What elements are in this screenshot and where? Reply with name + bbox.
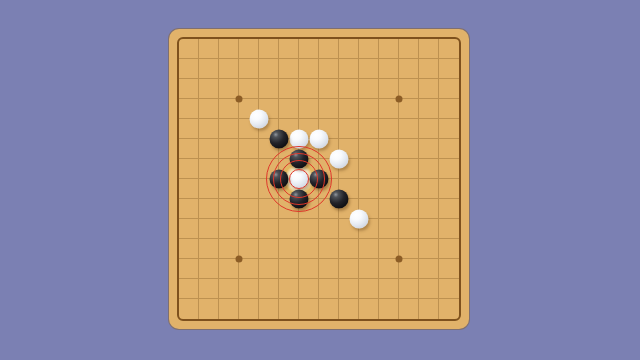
board-cell[interactable]	[239, 139, 259, 159]
app-background	[0, 0, 640, 360]
board-cell[interactable]	[279, 239, 299, 259]
board-cell[interactable]	[299, 139, 319, 159]
board-cell[interactable]	[439, 299, 459, 319]
board-cell[interactable]	[359, 139, 379, 159]
board-cell[interactable]	[179, 99, 199, 119]
board-cell[interactable]	[199, 119, 219, 139]
board-cell[interactable]	[279, 219, 299, 239]
board-cell[interactable]	[399, 239, 419, 259]
board-cell[interactable]	[339, 119, 359, 139]
board-cell[interactable]	[239, 239, 259, 259]
board-cell[interactable]	[239, 119, 259, 139]
board-cell[interactable]	[339, 199, 359, 219]
board-cell[interactable]	[219, 99, 239, 119]
board-cell[interactable]	[439, 159, 459, 179]
board-cell[interactable]	[239, 99, 259, 119]
board-cell[interactable]	[399, 39, 419, 59]
board-cell[interactable]	[419, 59, 439, 79]
board-cell[interactable]	[399, 199, 419, 219]
board-cell[interactable]	[439, 79, 459, 99]
board-cell[interactable]	[279, 179, 299, 199]
board-cell[interactable]	[319, 159, 339, 179]
board-cell[interactable]	[199, 179, 219, 199]
board-cell[interactable]	[199, 99, 219, 119]
board-cell[interactable]	[239, 279, 259, 299]
board-cell[interactable]	[439, 239, 459, 259]
board-cell[interactable]	[399, 159, 419, 179]
board-cell[interactable]	[179, 179, 199, 199]
board-cell[interactable]	[419, 79, 439, 99]
board-cell[interactable]	[199, 59, 219, 79]
board-cell[interactable]	[319, 299, 339, 319]
board-cell[interactable]	[439, 219, 459, 239]
board-cell[interactable]	[259, 39, 279, 59]
board-cell[interactable]	[439, 179, 459, 199]
board-cell[interactable]	[359, 79, 379, 99]
board-grid[interactable]	[177, 37, 461, 321]
board-cell[interactable]	[299, 279, 319, 299]
board-cell[interactable]	[299, 259, 319, 279]
board-cell[interactable]	[359, 99, 379, 119]
board-cell[interactable]	[419, 239, 439, 259]
board-cell[interactable]	[379, 59, 399, 79]
board-cell[interactable]	[279, 199, 299, 219]
board-cell[interactable]	[419, 199, 439, 219]
board-cell[interactable]	[339, 179, 359, 199]
board-cell[interactable]	[259, 179, 279, 199]
board-cell[interactable]	[319, 239, 339, 259]
board-cell[interactable]	[239, 79, 259, 99]
board-cell[interactable]	[239, 299, 259, 319]
board-cell[interactable]	[339, 99, 359, 119]
board-cell[interactable]	[379, 299, 399, 319]
board-cell[interactable]	[279, 99, 299, 119]
board-cell[interactable]	[179, 279, 199, 299]
board-cell[interactable]	[179, 119, 199, 139]
board-cell[interactable]	[239, 259, 259, 279]
board-cell[interactable]	[259, 159, 279, 179]
board-cell[interactable]	[279, 79, 299, 99]
board-cell[interactable]	[379, 99, 399, 119]
board-cell[interactable]	[339, 59, 359, 79]
board-cell[interactable]	[219, 299, 239, 319]
board-cell[interactable]	[419, 179, 439, 199]
board-cell[interactable]	[199, 199, 219, 219]
board-cell[interactable]	[219, 79, 239, 99]
board-cell[interactable]	[319, 179, 339, 199]
board-cell[interactable]	[379, 259, 399, 279]
board-cell[interactable]	[419, 259, 439, 279]
board-cell[interactable]	[439, 139, 459, 159]
board-cell[interactable]	[219, 239, 239, 259]
board-cell[interactable]	[359, 39, 379, 59]
board-cell[interactable]	[299, 159, 319, 179]
board-cell[interactable]	[259, 79, 279, 99]
board-cell[interactable]	[359, 299, 379, 319]
board-cell[interactable]	[419, 119, 439, 139]
board-cell[interactable]	[339, 299, 359, 319]
board-cell[interactable]	[319, 119, 339, 139]
board-cell[interactable]	[359, 279, 379, 299]
board-cell[interactable]	[359, 119, 379, 139]
board-cell[interactable]	[179, 259, 199, 279]
board-cell[interactable]	[359, 59, 379, 79]
board-cell[interactable]	[359, 159, 379, 179]
board-cell[interactable]	[419, 139, 439, 159]
board-cell[interactable]	[319, 59, 339, 79]
board-cell[interactable]	[319, 219, 339, 239]
board-cell[interactable]	[339, 79, 359, 99]
board-cell[interactable]	[299, 239, 319, 259]
board-cell[interactable]	[439, 199, 459, 219]
board-cell[interactable]	[319, 99, 339, 119]
board-cell[interactable]	[379, 279, 399, 299]
board-cell[interactable]	[439, 119, 459, 139]
board-cell[interactable]	[219, 179, 239, 199]
board-cell[interactable]	[199, 239, 219, 259]
board-cell[interactable]	[359, 179, 379, 199]
board-cell[interactable]	[219, 199, 239, 219]
board-cell[interactable]	[259, 219, 279, 239]
board-cell[interactable]	[179, 39, 199, 59]
board-cell[interactable]	[379, 79, 399, 99]
gomoku-board[interactable]	[169, 29, 469, 329]
board-cell[interactable]	[339, 219, 359, 239]
board-cell[interactable]	[299, 59, 319, 79]
board-cell[interactable]	[439, 99, 459, 119]
board-cell[interactable]	[259, 99, 279, 119]
board-cell[interactable]	[299, 179, 319, 199]
board-cell[interactable]	[439, 39, 459, 59]
board-cell[interactable]	[199, 219, 219, 239]
board-cell[interactable]	[299, 219, 319, 239]
board-cell[interactable]	[239, 59, 259, 79]
board-cell[interactable]	[279, 159, 299, 179]
board-cell[interactable]	[419, 99, 439, 119]
board-cell[interactable]	[319, 279, 339, 299]
board-cell[interactable]	[239, 159, 259, 179]
board-cell[interactable]	[419, 299, 439, 319]
board-cell[interactable]	[299, 299, 319, 319]
board-cell[interactable]	[379, 239, 399, 259]
board-cell[interactable]	[279, 59, 299, 79]
board-cell[interactable]	[179, 239, 199, 259]
board-cell[interactable]	[259, 59, 279, 79]
board-cell[interactable]	[259, 259, 279, 279]
board-cell[interactable]	[419, 159, 439, 179]
board-cell[interactable]	[219, 279, 239, 299]
board-cell[interactable]	[299, 39, 319, 59]
board-cell[interactable]	[439, 279, 459, 299]
board-cell[interactable]	[179, 219, 199, 239]
board-cell[interactable]	[399, 299, 419, 319]
board-cell[interactable]	[299, 199, 319, 219]
board-cell[interactable]	[399, 99, 419, 119]
board-cell[interactable]	[379, 119, 399, 139]
board-cell[interactable]	[279, 39, 299, 59]
board-cell[interactable]	[419, 219, 439, 239]
board-cell[interactable]	[179, 199, 199, 219]
board-cell[interactable]	[439, 59, 459, 79]
board-cell[interactable]	[359, 199, 379, 219]
board-cell[interactable]	[339, 239, 359, 259]
board-cell[interactable]	[399, 59, 419, 79]
board-cell[interactable]	[219, 259, 239, 279]
board-cell[interactable]	[179, 299, 199, 319]
board-cell[interactable]	[219, 219, 239, 239]
board-cell[interactable]	[239, 39, 259, 59]
board-cell[interactable]	[419, 279, 439, 299]
board-cell[interactable]	[219, 159, 239, 179]
board-cell[interactable]	[359, 259, 379, 279]
board-cell[interactable]	[359, 239, 379, 259]
board-cell[interactable]	[299, 119, 319, 139]
board-cell[interactable]	[219, 39, 239, 59]
board-cell[interactable]	[259, 239, 279, 259]
board-cell[interactable]	[259, 279, 279, 299]
board-cell[interactable]	[199, 39, 219, 59]
board-cell[interactable]	[399, 139, 419, 159]
board-cell[interactable]	[319, 199, 339, 219]
board-cell[interactable]	[259, 299, 279, 319]
board-cell[interactable]	[179, 59, 199, 79]
board-cell[interactable]	[199, 279, 219, 299]
board-cell[interactable]	[379, 39, 399, 59]
board-cell[interactable]	[419, 39, 439, 59]
board-cell[interactable]	[319, 39, 339, 59]
board-cell[interactable]	[319, 259, 339, 279]
board-cell[interactable]	[339, 259, 359, 279]
board-cell[interactable]	[399, 219, 419, 239]
board-cell[interactable]	[199, 259, 219, 279]
board-cell[interactable]	[359, 219, 379, 239]
board-cell[interactable]	[259, 199, 279, 219]
board-cell[interactable]	[279, 259, 299, 279]
board-cell[interactable]	[399, 179, 419, 199]
board-cell[interactable]	[279, 299, 299, 319]
board-cell[interactable]	[399, 79, 419, 99]
board-cell[interactable]	[379, 199, 399, 219]
board-cell[interactable]	[219, 139, 239, 159]
board-cell[interactable]	[179, 159, 199, 179]
board-cell[interactable]	[179, 79, 199, 99]
board-cell[interactable]	[399, 279, 419, 299]
board-cell[interactable]	[379, 219, 399, 239]
board-cell[interactable]	[259, 139, 279, 159]
board-cell[interactable]	[239, 219, 259, 239]
board-cell[interactable]	[199, 159, 219, 179]
board-cell[interactable]	[339, 139, 359, 159]
board-cell[interactable]	[239, 179, 259, 199]
board-cell[interactable]	[199, 79, 219, 99]
board-cell[interactable]	[199, 139, 219, 159]
board-cell[interactable]	[179, 139, 199, 159]
board-cell[interactable]	[439, 259, 459, 279]
board-cell[interactable]	[279, 279, 299, 299]
board-cell[interactable]	[279, 119, 299, 139]
board-cell[interactable]	[339, 279, 359, 299]
board-cell[interactable]	[399, 259, 419, 279]
board-cell[interactable]	[319, 79, 339, 99]
board-cell[interactable]	[379, 139, 399, 159]
board-cell[interactable]	[299, 79, 319, 99]
board-cell[interactable]	[379, 159, 399, 179]
board-cell[interactable]	[219, 119, 239, 139]
board-cell[interactable]	[299, 99, 319, 119]
board-cell[interactable]	[219, 59, 239, 79]
board-cell[interactable]	[239, 199, 259, 219]
board-cell[interactable]	[199, 299, 219, 319]
board-cell[interactable]	[339, 159, 359, 179]
board-cell[interactable]	[279, 139, 299, 159]
board-cell[interactable]	[259, 119, 279, 139]
board-cell[interactable]	[339, 39, 359, 59]
board-cell[interactable]	[319, 139, 339, 159]
board-cell[interactable]	[399, 119, 419, 139]
board-cell[interactable]	[379, 179, 399, 199]
